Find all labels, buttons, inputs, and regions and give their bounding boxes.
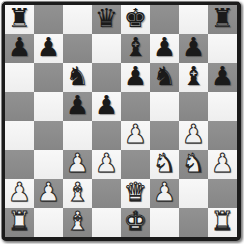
square-f4[interactable] xyxy=(150,121,179,150)
chess-board: ♜♛♚♜♟♟♝♟♟♞♟♞♝♟♟♟♟♟♟♟♞♞♟♟♟♝♛♟♜♝♚♜ xyxy=(5,5,237,237)
square-a4[interactable] xyxy=(5,121,34,150)
square-d1[interactable] xyxy=(92,208,121,237)
white-pawn: ♟ xyxy=(211,150,234,178)
white-bishop: ♝ xyxy=(66,208,89,236)
square-b6[interactable] xyxy=(34,63,63,92)
chess-diagram: ♜♛♚♜♟♟♝♟♟♞♟♞♝♟♟♟♟♟♟♟♞♞♟♟♟♝♛♟♜♝♚♜ xyxy=(0,0,244,244)
square-e2[interactable]: ♛ xyxy=(121,179,150,208)
white-rook: ♜ xyxy=(211,208,234,236)
white-pawn: ♟ xyxy=(153,179,176,207)
square-c5[interactable]: ♟ xyxy=(63,92,92,121)
square-a3[interactable] xyxy=(5,150,34,179)
square-f2[interactable]: ♟ xyxy=(150,179,179,208)
black-bishop: ♝ xyxy=(182,63,205,91)
square-d3[interactable]: ♟ xyxy=(92,150,121,179)
black-rook: ♜ xyxy=(8,5,31,33)
square-h3[interactable]: ♟ xyxy=(208,150,237,179)
square-d7[interactable] xyxy=(92,34,121,63)
square-c8[interactable] xyxy=(63,5,92,34)
white-rook: ♜ xyxy=(8,208,31,236)
square-c7[interactable] xyxy=(63,34,92,63)
white-pawn: ♟ xyxy=(95,150,118,178)
square-b8[interactable] xyxy=(34,5,63,34)
square-d6[interactable] xyxy=(92,63,121,92)
white-pawn: ♟ xyxy=(8,179,31,207)
black-pawn: ♟ xyxy=(153,34,176,62)
square-g2[interactable] xyxy=(179,179,208,208)
black-pawn: ♟ xyxy=(124,63,147,91)
square-c3[interactable]: ♟ xyxy=(63,150,92,179)
square-b1[interactable] xyxy=(34,208,63,237)
square-d2[interactable] xyxy=(92,179,121,208)
black-rook: ♜ xyxy=(211,5,234,33)
white-knight: ♞ xyxy=(182,150,205,178)
black-bishop: ♝ xyxy=(124,34,147,62)
square-f8[interactable] xyxy=(150,5,179,34)
square-d8[interactable]: ♛ xyxy=(92,5,121,34)
square-b4[interactable] xyxy=(34,121,63,150)
square-b2[interactable]: ♟ xyxy=(34,179,63,208)
square-a1[interactable]: ♜ xyxy=(5,208,34,237)
white-bishop: ♝ xyxy=(66,179,89,207)
white-knight: ♞ xyxy=(153,150,176,178)
white-pawn: ♟ xyxy=(182,121,205,149)
square-h1[interactable]: ♜ xyxy=(208,208,237,237)
black-pawn: ♟ xyxy=(37,34,60,62)
white-pawn: ♟ xyxy=(37,179,60,207)
square-f6[interactable]: ♞ xyxy=(150,63,179,92)
square-f1[interactable] xyxy=(150,208,179,237)
square-a5[interactable] xyxy=(5,92,34,121)
chess-board-frame: ♜♛♚♜♟♟♝♟♟♞♟♞♝♟♟♟♟♟♟♟♞♞♟♟♟♝♛♟♜♝♚♜ xyxy=(1,1,241,241)
square-e1[interactable]: ♚ xyxy=(121,208,150,237)
black-pawn: ♟ xyxy=(182,34,205,62)
white-king: ♚ xyxy=(124,208,147,236)
square-b3[interactable] xyxy=(34,150,63,179)
square-h7[interactable] xyxy=(208,34,237,63)
square-f7[interactable]: ♟ xyxy=(150,34,179,63)
square-d5[interactable]: ♟ xyxy=(92,92,121,121)
square-e3[interactable] xyxy=(121,150,150,179)
white-pawn: ♟ xyxy=(124,121,147,149)
square-c6[interactable]: ♞ xyxy=(63,63,92,92)
square-g7[interactable]: ♟ xyxy=(179,34,208,63)
square-e7[interactable]: ♝ xyxy=(121,34,150,63)
square-c1[interactable]: ♝ xyxy=(63,208,92,237)
square-e6[interactable]: ♟ xyxy=(121,63,150,92)
black-pawn: ♟ xyxy=(8,34,31,62)
black-pawn: ♟ xyxy=(66,92,89,120)
black-queen: ♛ xyxy=(95,5,118,33)
black-pawn: ♟ xyxy=(211,63,234,91)
square-c2[interactable]: ♝ xyxy=(63,179,92,208)
square-g3[interactable]: ♞ xyxy=(179,150,208,179)
square-g5[interactable] xyxy=(179,92,208,121)
square-a8[interactable]: ♜ xyxy=(5,5,34,34)
square-e4[interactable]: ♟ xyxy=(121,121,150,150)
square-e5[interactable] xyxy=(121,92,150,121)
black-king: ♚ xyxy=(124,5,147,33)
white-queen: ♛ xyxy=(124,179,147,207)
square-g8[interactable] xyxy=(179,5,208,34)
square-a7[interactable]: ♟ xyxy=(5,34,34,63)
square-f5[interactable] xyxy=(150,92,179,121)
square-h6[interactable]: ♟ xyxy=(208,63,237,92)
square-f3[interactable]: ♞ xyxy=(150,150,179,179)
black-pawn: ♟ xyxy=(95,92,118,120)
square-d4[interactable] xyxy=(92,121,121,150)
square-g4[interactable]: ♟ xyxy=(179,121,208,150)
square-a2[interactable]: ♟ xyxy=(5,179,34,208)
square-g1[interactable] xyxy=(179,208,208,237)
square-a6[interactable] xyxy=(5,63,34,92)
square-g6[interactable]: ♝ xyxy=(179,63,208,92)
white-pawn: ♟ xyxy=(66,150,89,178)
square-e8[interactable]: ♚ xyxy=(121,5,150,34)
square-h5[interactable] xyxy=(208,92,237,121)
square-c4[interactable] xyxy=(63,121,92,150)
square-b5[interactable] xyxy=(34,92,63,121)
square-h2[interactable] xyxy=(208,179,237,208)
square-h4[interactable] xyxy=(208,121,237,150)
black-knight: ♞ xyxy=(66,63,89,91)
square-h8[interactable]: ♜ xyxy=(208,5,237,34)
black-knight: ♞ xyxy=(153,63,176,91)
square-b7[interactable]: ♟ xyxy=(34,34,63,63)
